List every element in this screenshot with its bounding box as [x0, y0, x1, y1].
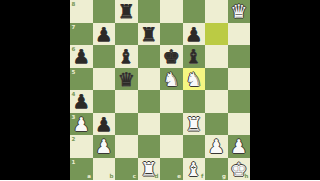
white-bishop-f1[interactable]: ♝: [183, 158, 206, 181]
square-h6[interactable]: [228, 45, 251, 68]
square-c3[interactable]: [115, 113, 138, 136]
square-g1[interactable]: g: [205, 158, 228, 181]
square-d8[interactable]: [138, 0, 161, 23]
black-pawn-a4[interactable]: ♟: [70, 90, 93, 113]
white-rook-d1[interactable]: ♜: [138, 158, 161, 181]
square-f2[interactable]: [183, 135, 206, 158]
square-f3[interactable]: ♜: [183, 113, 206, 136]
rank-label-5: 5: [72, 69, 76, 75]
square-g4[interactable]: [205, 90, 228, 113]
black-bishop-c6[interactable]: ♝: [115, 45, 138, 68]
file-label-a: a: [87, 173, 91, 179]
square-f4[interactable]: [183, 90, 206, 113]
square-e1[interactable]: e: [160, 158, 183, 181]
square-c1[interactable]: c: [115, 158, 138, 181]
black-king-e6[interactable]: ♚: [160, 45, 183, 68]
square-a5[interactable]: 5: [70, 68, 93, 91]
black-rook-d7[interactable]: ♜: [138, 23, 161, 46]
square-h3[interactable]: [228, 113, 251, 136]
black-pawn-b7[interactable]: ♟: [93, 23, 116, 46]
file-label-e: e: [177, 173, 181, 179]
white-pawn-h2[interactable]: ♟: [228, 135, 251, 158]
file-label-b: b: [110, 173, 114, 179]
square-e8[interactable]: [160, 0, 183, 23]
square-h2[interactable]: ♟: [228, 135, 251, 158]
square-b6[interactable]: [93, 45, 116, 68]
square-a3[interactable]: 3♟: [70, 113, 93, 136]
square-d1[interactable]: d♜: [138, 158, 161, 181]
square-g6[interactable]: [205, 45, 228, 68]
square-h1[interactable]: h♚: [228, 158, 251, 181]
black-pawn-f7[interactable]: ♟: [183, 23, 206, 46]
square-h4[interactable]: [228, 90, 251, 113]
app-screen: 8♜♛7♟♜♟6♟♝♚♝5♛♞♞4♟3♟♟♜2♟♟♟1abcd♜ef♝gh♚: [0, 0, 320, 180]
square-b8[interactable]: [93, 0, 116, 23]
right-letterbox-bar: [250, 0, 320, 180]
square-d5[interactable]: [138, 68, 161, 91]
square-c7[interactable]: [115, 23, 138, 46]
black-pawn-a6[interactable]: ♟: [70, 45, 93, 68]
black-pawn-b3[interactable]: ♟: [93, 113, 116, 136]
white-king-h1[interactable]: ♚: [228, 158, 251, 181]
square-b1[interactable]: b: [93, 158, 116, 181]
white-pawn-b2[interactable]: ♟: [93, 135, 116, 158]
square-f1[interactable]: f♝: [183, 158, 206, 181]
square-a1[interactable]: 1a: [70, 158, 93, 181]
square-g5[interactable]: [205, 68, 228, 91]
white-queen-h8[interactable]: ♛: [228, 0, 251, 23]
square-f5[interactable]: ♞: [183, 68, 206, 91]
square-e7[interactable]: [160, 23, 183, 46]
square-h8[interactable]: ♛: [228, 0, 251, 23]
square-b5[interactable]: [93, 68, 116, 91]
square-d2[interactable]: [138, 135, 161, 158]
rank-label-1: 1: [72, 159, 76, 165]
square-g3[interactable]: [205, 113, 228, 136]
rank-label-2: 2: [72, 136, 76, 142]
square-b7[interactable]: ♟: [93, 23, 116, 46]
white-pawn-a3[interactable]: ♟: [70, 113, 93, 136]
square-c8[interactable]: ♜: [115, 0, 138, 23]
square-e2[interactable]: [160, 135, 183, 158]
square-f8[interactable]: [183, 0, 206, 23]
square-c5[interactable]: ♛: [115, 68, 138, 91]
square-d6[interactable]: [138, 45, 161, 68]
rank-label-7: 7: [72, 24, 76, 30]
square-h7[interactable]: [228, 23, 251, 46]
left-letterbox-bar: [0, 0, 70, 180]
square-e3[interactable]: [160, 113, 183, 136]
square-g8[interactable]: [205, 0, 228, 23]
square-b3[interactable]: ♟: [93, 113, 116, 136]
square-d3[interactable]: [138, 113, 161, 136]
square-d7[interactable]: ♜: [138, 23, 161, 46]
chess-board[interactable]: 8♜♛7♟♜♟6♟♝♚♝5♛♞♞4♟3♟♟♜2♟♟♟1abcd♜ef♝gh♚: [70, 0, 250, 180]
square-g2[interactable]: ♟: [205, 135, 228, 158]
white-knight-e5[interactable]: ♞: [160, 68, 183, 91]
square-d4[interactable]: [138, 90, 161, 113]
square-e6[interactable]: ♚: [160, 45, 183, 68]
square-a7[interactable]: 7: [70, 23, 93, 46]
black-queen-c5[interactable]: ♛: [115, 68, 138, 91]
file-label-c: c: [133, 173, 136, 179]
square-e4[interactable]: [160, 90, 183, 113]
square-g7[interactable]: [205, 23, 228, 46]
square-b2[interactable]: ♟: [93, 135, 116, 158]
white-pawn-g2[interactable]: ♟: [205, 135, 228, 158]
square-b4[interactable]: [93, 90, 116, 113]
square-c6[interactable]: ♝: [115, 45, 138, 68]
square-a6[interactable]: 6♟: [70, 45, 93, 68]
square-a8[interactable]: 8: [70, 0, 93, 23]
square-e5[interactable]: ♞: [160, 68, 183, 91]
square-a2[interactable]: 2: [70, 135, 93, 158]
black-rook-c8[interactable]: ♜: [115, 0, 138, 23]
white-knight-f5[interactable]: ♞: [183, 68, 206, 91]
square-h5[interactable]: [228, 68, 251, 91]
rank-label-8: 8: [72, 1, 76, 7]
white-rook-f3[interactable]: ♜: [183, 113, 206, 136]
square-c4[interactable]: [115, 90, 138, 113]
black-bishop-f6[interactable]: ♝: [183, 45, 206, 68]
square-f7[interactable]: ♟: [183, 23, 206, 46]
square-f6[interactable]: ♝: [183, 45, 206, 68]
square-a4[interactable]: 4♟: [70, 90, 93, 113]
square-c2[interactable]: [115, 135, 138, 158]
file-label-g: g: [222, 173, 226, 179]
